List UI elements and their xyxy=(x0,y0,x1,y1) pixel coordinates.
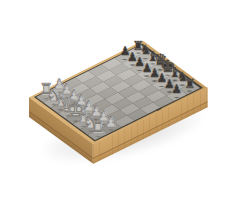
piece-white-pawn-h2[interactable]: ♟ xyxy=(105,115,117,129)
piece-black-rook-h8[interactable]: ♜ xyxy=(184,77,195,89)
piece-base-shadow xyxy=(173,96,180,99)
product-photo-scene: ♜♞♝♛♚♝♞♜♟♟♟♟♟♟♟♟♟♟♟♟♟♟♟♟♜♞♝♛♚♝♞♜ xyxy=(0,0,236,204)
piece-base-shadow xyxy=(108,129,115,132)
piece-black-pawn-h7[interactable]: ♟ xyxy=(171,84,182,96)
piece-base-shadow xyxy=(94,135,101,138)
piece-white-rook-h1[interactable]: ♜ xyxy=(91,121,105,136)
piece-base-shadow xyxy=(186,90,193,93)
